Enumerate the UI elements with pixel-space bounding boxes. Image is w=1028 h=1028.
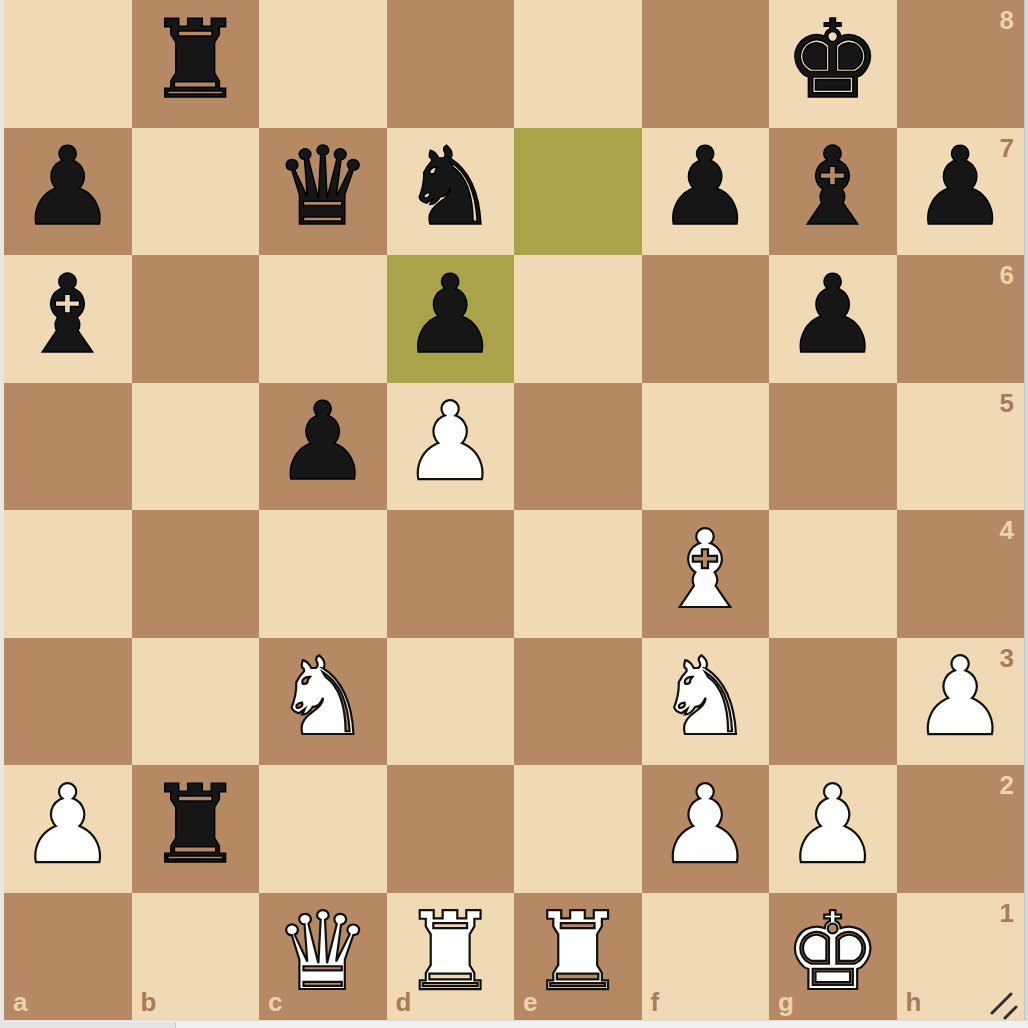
square-d4[interactable] — [387, 510, 515, 638]
square-h5[interactable]: 5 — [897, 383, 1025, 511]
square-d1[interactable]: ♜d — [387, 893, 515, 1021]
square-a7[interactable]: ♟ — [4, 128, 132, 256]
rank-label-5: 5 — [1000, 390, 1014, 416]
piece-white-pawn[interactable]: ♟ — [784, 771, 881, 879]
piece-black-king[interactable]: ♚ — [784, 6, 881, 114]
page-gutter-right — [1024, 0, 1028, 1028]
square-d5[interactable]: ♟ — [387, 383, 515, 511]
square-b5[interactable] — [132, 383, 260, 511]
square-b6[interactable] — [132, 255, 260, 383]
chess-board[interactable]: ♜♚8♟♛♞♟♝♟7♝♟♟6♟♟5♝4♞♞♟3♟♜♟♟2ab♛c♜d♜ef♚g1… — [4, 0, 1024, 1020]
piece-white-rook[interactable]: ♜ — [529, 898, 626, 1006]
rank-label-6: 6 — [1000, 262, 1014, 288]
piece-black-knight[interactable]: ♞ — [402, 133, 499, 241]
file-label-a: a — [13, 989, 27, 1015]
square-a5[interactable] — [4, 383, 132, 511]
piece-white-pawn[interactable]: ♟ — [657, 771, 754, 879]
piece-black-pawn[interactable]: ♟ — [402, 261, 499, 369]
square-a2[interactable]: ♟ — [4, 765, 132, 893]
square-c7[interactable]: ♛ — [259, 128, 387, 256]
square-g5[interactable] — [769, 383, 897, 511]
square-b4[interactable] — [132, 510, 260, 638]
square-e8[interactable] — [514, 0, 642, 128]
file-label-b: b — [141, 989, 157, 1015]
piece-white-knight[interactable]: ♞ — [657, 643, 754, 751]
piece-white-pawn[interactable]: ♟ — [19, 771, 116, 879]
piece-black-pawn[interactable]: ♟ — [912, 133, 1009, 241]
square-f6[interactable] — [642, 255, 770, 383]
square-c5[interactable]: ♟ — [259, 383, 387, 511]
piece-black-bishop[interactable]: ♝ — [19, 261, 116, 369]
rank-label-2: 2 — [1000, 772, 1014, 798]
square-g8[interactable]: ♚ — [769, 0, 897, 128]
square-d2[interactable] — [387, 765, 515, 893]
square-f1[interactable]: f — [642, 893, 770, 1021]
square-a3[interactable] — [4, 638, 132, 766]
square-e1[interactable]: ♜e — [514, 893, 642, 1021]
square-d3[interactable] — [387, 638, 515, 766]
piece-black-queen[interactable]: ♛ — [274, 133, 371, 241]
square-e2[interactable] — [514, 765, 642, 893]
square-b1[interactable]: b — [132, 893, 260, 1021]
square-h2[interactable]: 2 — [897, 765, 1025, 893]
square-a8[interactable] — [4, 0, 132, 128]
piece-white-bishop[interactable]: ♝ — [657, 516, 754, 624]
square-c6[interactable] — [259, 255, 387, 383]
square-c2[interactable] — [259, 765, 387, 893]
square-d8[interactable] — [387, 0, 515, 128]
piece-white-queen[interactable]: ♛ — [274, 898, 371, 1006]
piece-black-rook[interactable]: ♜ — [147, 6, 244, 114]
square-c1[interactable]: ♛c — [259, 893, 387, 1021]
piece-white-knight[interactable]: ♞ — [274, 643, 371, 751]
square-f3[interactable]: ♞ — [642, 638, 770, 766]
square-c4[interactable] — [259, 510, 387, 638]
piece-black-pawn[interactable]: ♟ — [784, 261, 881, 369]
square-g6[interactable]: ♟ — [769, 255, 897, 383]
piece-white-king[interactable]: ♚ — [784, 898, 881, 1006]
piece-white-rook[interactable]: ♜ — [402, 898, 499, 1006]
square-e7[interactable] — [514, 128, 642, 256]
square-h8[interactable]: 8 — [897, 0, 1025, 128]
square-c3[interactable]: ♞ — [259, 638, 387, 766]
piece-black-pawn[interactable]: ♟ — [274, 388, 371, 496]
square-h7[interactable]: ♟7 — [897, 128, 1025, 256]
piece-white-pawn[interactable]: ♟ — [912, 643, 1009, 751]
square-d6[interactable]: ♟ — [387, 255, 515, 383]
square-a4[interactable] — [4, 510, 132, 638]
square-h4[interactable]: 4 — [897, 510, 1025, 638]
square-d7[interactable]: ♞ — [387, 128, 515, 256]
square-g4[interactable] — [769, 510, 897, 638]
piece-white-pawn[interactable]: ♟ — [402, 388, 499, 496]
square-g1[interactable]: ♚g — [769, 893, 897, 1021]
piece-black-pawn[interactable]: ♟ — [19, 133, 116, 241]
square-e5[interactable] — [514, 383, 642, 511]
piece-black-pawn[interactable]: ♟ — [657, 133, 754, 241]
square-h6[interactable]: 6 — [897, 255, 1025, 383]
square-f2[interactable]: ♟ — [642, 765, 770, 893]
square-c8[interactable] — [259, 0, 387, 128]
square-e6[interactable] — [514, 255, 642, 383]
square-f7[interactable]: ♟ — [642, 128, 770, 256]
square-a1[interactable]: a — [4, 893, 132, 1021]
rank-label-4: 4 — [1000, 517, 1014, 543]
piece-black-rook[interactable]: ♜ — [147, 771, 244, 879]
square-b3[interactable] — [132, 638, 260, 766]
file-label-f: f — [651, 989, 660, 1015]
square-h3[interactable]: ♟3 — [897, 638, 1025, 766]
square-g7[interactable]: ♝ — [769, 128, 897, 256]
file-label-h: h — [906, 989, 922, 1015]
rank-label-1: 1 — [1000, 900, 1014, 926]
square-f8[interactable] — [642, 0, 770, 128]
piece-black-bishop[interactable]: ♝ — [784, 133, 881, 241]
square-e3[interactable] — [514, 638, 642, 766]
square-f4[interactable]: ♝ — [642, 510, 770, 638]
square-g2[interactable]: ♟ — [769, 765, 897, 893]
square-a6[interactable]: ♝ — [4, 255, 132, 383]
square-e4[interactable] — [514, 510, 642, 638]
square-b2[interactable]: ♜ — [132, 765, 260, 893]
square-b8[interactable]: ♜ — [132, 0, 260, 128]
horizontal-scrollbar[interactable] — [0, 1020, 1028, 1028]
square-f5[interactable] — [642, 383, 770, 511]
square-b7[interactable] — [132, 128, 260, 256]
rank-label-8: 8 — [1000, 7, 1014, 33]
scrollbar-thumb[interactable] — [0, 1022, 176, 1028]
square-g3[interactable] — [769, 638, 897, 766]
board-resize-icon[interactable] — [988, 992, 1018, 1020]
